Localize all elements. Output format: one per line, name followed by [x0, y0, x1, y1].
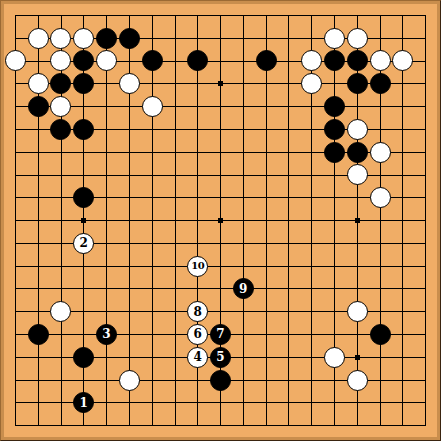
go-board: 21098367451	[4, 4, 437, 437]
black-stone	[73, 73, 94, 94]
move-5-stone: 5	[210, 347, 231, 368]
move-8-stone: 8	[187, 301, 208, 322]
black-stone	[96, 28, 117, 49]
black-stone	[324, 119, 345, 140]
move-number: 4	[194, 351, 202, 363]
black-stone	[370, 73, 391, 94]
move-number: 7	[216, 328, 224, 340]
black-stone	[119, 28, 140, 49]
white-stone	[324, 28, 345, 49]
move-number: 1	[80, 397, 88, 409]
black-stone	[50, 119, 71, 140]
black-stone	[73, 347, 94, 368]
star-point	[218, 218, 223, 223]
white-stone	[370, 142, 391, 163]
black-stone	[324, 96, 345, 117]
black-stone	[347, 50, 368, 71]
move-3-stone: 3	[96, 324, 117, 345]
move-number: 3	[102, 328, 110, 340]
white-stone	[347, 301, 368, 322]
star-point	[218, 81, 223, 86]
black-stone	[324, 50, 345, 71]
white-stone	[392, 50, 413, 71]
black-stone	[50, 73, 71, 94]
white-stone	[347, 119, 368, 140]
white-stone	[28, 73, 49, 94]
black-stone	[28, 324, 49, 345]
black-stone	[28, 96, 49, 117]
go-diagram: 21098367451	[0, 0, 441, 441]
move-9-stone: 9	[233, 278, 254, 299]
white-stone	[50, 28, 71, 49]
move-number: 6	[194, 328, 202, 340]
star-point	[355, 355, 360, 360]
white-stone	[301, 73, 322, 94]
star-point	[355, 218, 360, 223]
move-7-stone: 7	[210, 324, 231, 345]
white-stone	[324, 347, 345, 368]
move-number: 8	[194, 306, 202, 318]
white-stone	[50, 50, 71, 71]
white-stone	[370, 187, 391, 208]
white-stone	[119, 73, 140, 94]
black-stone	[187, 50, 208, 71]
move-2-stone: 2	[73, 233, 94, 254]
black-stone	[324, 142, 345, 163]
white-stone	[119, 370, 140, 391]
move-number: 2	[80, 237, 88, 249]
star-point	[81, 218, 86, 223]
black-stone	[73, 50, 94, 71]
white-stone	[301, 50, 322, 71]
move-6-stone: 6	[187, 324, 208, 345]
white-stone	[50, 96, 71, 117]
black-stone	[73, 187, 94, 208]
white-stone	[142, 96, 163, 117]
white-stone	[347, 370, 368, 391]
black-stone	[347, 73, 368, 94]
white-stone	[50, 301, 71, 322]
black-stone	[210, 370, 231, 391]
move-1-stone: 1	[73, 392, 94, 413]
board-intersections: 21098367451	[4, 4, 437, 437]
black-stone	[256, 50, 277, 71]
black-stone	[347, 142, 368, 163]
white-stone	[28, 28, 49, 49]
black-stone	[370, 324, 391, 345]
move-number: 9	[239, 283, 247, 295]
white-stone	[347, 164, 368, 185]
white-stone	[73, 28, 94, 49]
black-stone	[73, 119, 94, 140]
move-number: 5	[216, 351, 224, 363]
move-4-stone: 4	[187, 347, 208, 368]
white-stone	[347, 28, 368, 49]
move-number: 10	[191, 261, 204, 271]
white-stone	[96, 50, 117, 71]
black-stone	[142, 50, 163, 71]
white-stone	[370, 50, 391, 71]
white-stone	[5, 50, 26, 71]
move-10-stone: 10	[187, 256, 208, 277]
